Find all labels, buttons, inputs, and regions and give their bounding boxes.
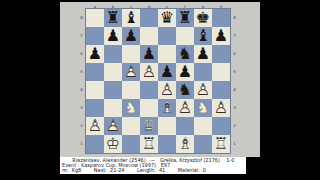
square-a2: ♟♙ [86,117,104,135]
piece-black-rook: ♜ [176,9,194,27]
piece-white-rook: ♜♖ [140,135,158,153]
piece-white-knight: ♞♘ [122,99,140,117]
piece-black-pawn: ♟ [176,63,194,81]
square-g8: ♚ [194,9,212,27]
rank-label-3: 3 [233,104,237,113]
rank-label-8: 8 [233,14,237,23]
piece-black-pawn: ♟ [158,63,176,81]
square-e2 [158,117,176,135]
piece-black-pawn: ♟ [86,45,104,63]
piece-black-pawn: ♟ [212,27,230,45]
square-h2 [212,117,230,135]
piece-white-pawn: ♟♙ [212,99,230,117]
rank-label-4: 4 [80,86,84,95]
square-d6: ♟ [140,45,158,63]
square-e7 [158,27,176,45]
square-a1 [86,135,104,153]
square-g3: ♞♘ [194,99,212,117]
rank-label-3: 3 [80,104,84,113]
square-d7 [140,27,158,45]
piece-white-rook: ♜♖ [212,135,230,153]
square-a5 [86,63,104,81]
square-c4 [122,81,140,99]
square-d8 [140,9,158,27]
square-d2: ♛♕ [140,117,158,135]
video-frame: abcdefgh abcdefgh 87654321 87654321 ♜♝♛♜… [0,0,320,180]
square-g5 [194,63,212,81]
square-a6: ♟ [86,45,104,63]
piece-white-bishop: ♝♗ [176,135,194,153]
square-g2 [194,117,212,135]
square-b6 [104,45,122,63]
square-e6 [158,45,176,63]
square-h8 [212,9,230,27]
piece-black-pawn: ♟ [140,45,158,63]
square-f8: ♜ [176,9,194,27]
piece-white-pawn: ♟♙ [176,99,194,117]
caption-box: Riazantsev, Alexander (2546) — Grelka, K… [60,157,246,174]
square-h1: ♜♖ [212,135,230,153]
square-b1: ♚♔ [104,135,122,153]
piece-black-bishop: ♝ [122,9,140,27]
piece-white-bishop: ♝♗ [158,99,176,117]
square-b7: ♟ [104,27,122,45]
piece-black-pawn: ♟ [104,27,122,45]
rank-label-1: 1 [233,140,237,149]
piece-black-queen: ♛ [158,9,176,27]
square-e5: ♟ [158,63,176,81]
rank-label-8: 8 [80,14,84,23]
square-e1 [158,135,176,153]
piece-black-pawn: ♟ [194,45,212,63]
square-c8: ♝ [122,9,140,27]
square-d1: ♜♖ [140,135,158,153]
square-b5 [104,63,122,81]
chess-board: ♜♝♛♜♚♟♟♝♟♟♟♞♟♟♙♟♙♟♟♟♙♞♟♙♞♘♝♗♟♙♞♘♟♙♟♙♟♙♛♕… [86,9,230,153]
square-h4 [212,81,230,99]
square-a8 [86,9,104,27]
square-c7: ♟ [122,27,140,45]
piece-white-queen: ♛♕ [140,117,158,135]
piece-black-bishop: ♝ [194,27,212,45]
square-c6 [122,45,140,63]
chess-panel: abcdefgh abcdefgh 87654321 87654321 ♜♝♛♜… [60,0,260,180]
square-e3: ♝♗ [158,99,176,117]
square-d4 [140,81,158,99]
square-h6 [212,45,230,63]
info-line: m: Kg8 Next: 21-24 Length: 41 Material: … [62,168,245,174]
rank-label-2: 2 [233,122,237,131]
piece-white-pawn: ♟♙ [194,81,212,99]
square-b4 [104,81,122,99]
square-d3 [140,99,158,117]
square-c5: ♟♙ [122,63,140,81]
piece-white-pawn: ♟♙ [122,63,140,81]
square-c1 [122,135,140,153]
rank-label-6: 6 [233,50,237,59]
square-g1 [194,135,212,153]
rank-label-1: 1 [80,140,84,149]
square-b8: ♜ [104,9,122,27]
square-h7: ♟ [212,27,230,45]
rank-label-2: 2 [80,122,84,131]
piece-white-pawn: ♟♙ [158,81,176,99]
piece-black-knight: ♞ [176,45,194,63]
piece-white-king: ♚♔ [104,135,122,153]
square-e8: ♛ [158,9,176,27]
rank-label-7: 7 [233,32,237,41]
piece-black-king: ♚ [194,9,212,27]
rank-label-5: 5 [233,68,237,77]
square-f6: ♞ [176,45,194,63]
piece-white-pawn: ♟♙ [86,117,104,135]
square-f5: ♟ [176,63,194,81]
square-b2: ♟♙ [104,117,122,135]
square-d5: ♟♙ [140,63,158,81]
square-h5 [212,63,230,81]
square-a7 [86,27,104,45]
square-c3: ♞♘ [122,99,140,117]
piece-black-pawn: ♟ [122,27,140,45]
square-c2 [122,117,140,135]
square-e4: ♟♙ [158,81,176,99]
square-f3: ♟♙ [176,99,194,117]
square-f1: ♝♗ [176,135,194,153]
square-f2 [176,117,194,135]
square-g7: ♝ [194,27,212,45]
square-a4 [86,81,104,99]
piece-white-knight: ♞♘ [194,99,212,117]
piece-white-pawn: ♟♙ [104,117,122,135]
rank-label-5: 5 [80,68,84,77]
rank-label-7: 7 [80,32,84,41]
rank-labels-left: 87654321 [78,9,85,153]
rank-labels-right: 87654321 [231,9,238,153]
square-f7 [176,27,194,45]
square-g4: ♟♙ [194,81,212,99]
square-b3 [104,99,122,117]
rank-label-4: 4 [233,86,237,95]
board-frame: abcdefgh abcdefgh 87654321 87654321 ♜♝♛♜… [60,2,260,157]
square-h3: ♟♙ [212,99,230,117]
square-f4: ♞ [176,81,194,99]
piece-black-knight: ♞ [176,81,194,99]
square-a3 [86,99,104,117]
rank-label-6: 6 [80,50,84,59]
square-g6: ♟ [194,45,212,63]
piece-black-rook: ♜ [104,9,122,27]
piece-white-pawn: ♟♙ [140,63,158,81]
